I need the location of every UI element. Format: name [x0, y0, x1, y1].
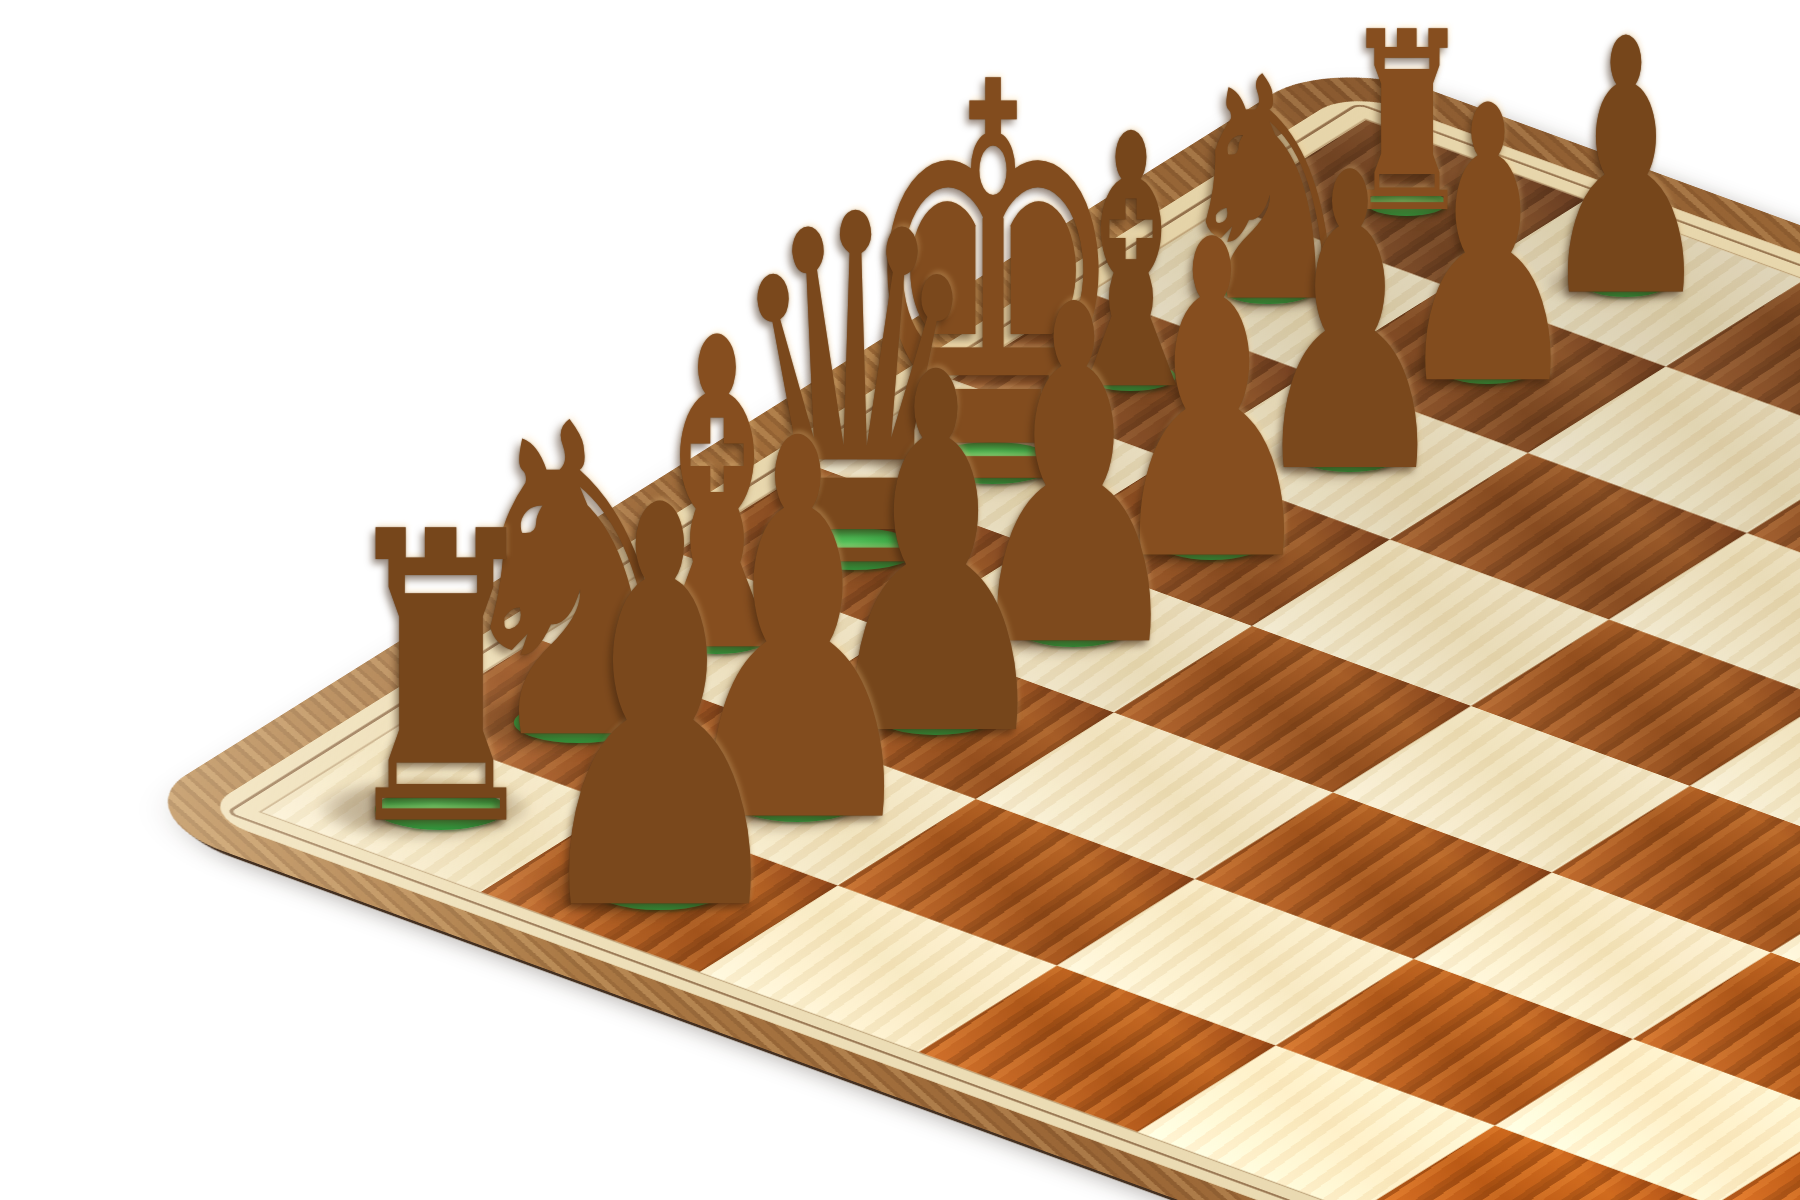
chessboard [123, 55, 1800, 1200]
scene-photo-chess-set: ♜♟♞♟♝♟♚♟♛♟♝♟♞♟♜♟ [0, 0, 1800, 1200]
